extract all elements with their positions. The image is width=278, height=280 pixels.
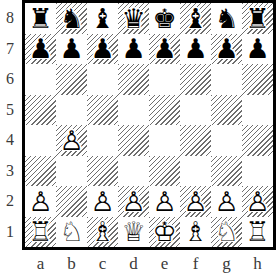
white-bishop-halo: ♝ <box>87 217 118 248</box>
white-pawn-halo: ♟ <box>25 186 56 217</box>
square-c1[interactable]: ♝♗ <box>87 217 118 248</box>
white-pawn: ♙ <box>149 186 180 217</box>
black-pawn: ♟ <box>25 34 56 65</box>
rank-label-4: 4 <box>0 125 20 156</box>
white-queen-halo: ♛ <box>118 217 149 248</box>
black-bishop-halo: ♝ <box>180 3 211 34</box>
black-rook-halo: ♜ <box>242 3 273 34</box>
square-h6[interactable] <box>242 64 273 95</box>
black-pawn-halo: ♟ <box>211 34 242 65</box>
black-pawn: ♟ <box>118 34 149 65</box>
square-e1[interactable]: ♚♔ <box>149 217 180 248</box>
white-pawn: ♙ <box>211 186 242 217</box>
file-label-h: h <box>242 250 273 278</box>
rank-label-3: 3 <box>0 156 20 187</box>
black-pawn: ♟ <box>242 34 273 65</box>
file-label-g: g <box>211 250 242 278</box>
black-pawn-halo: ♟ <box>87 34 118 65</box>
chess-board: ♜♜♞♞♝♝♛♛♚♚♝♝♞♞♜♜♟♟♟♟♟♟♟♟♟♟♟♟♟♟♟♟♟♙♟♙♟♙♟♙… <box>22 0 276 250</box>
square-d8[interactable]: ♛♛ <box>118 3 149 34</box>
square-d3[interactable] <box>118 156 149 187</box>
square-f6[interactable] <box>180 64 211 95</box>
square-a3[interactable] <box>25 156 56 187</box>
white-pawn: ♙ <box>242 186 273 217</box>
square-h4[interactable] <box>242 125 273 156</box>
white-pawn-halo: ♟ <box>56 125 87 156</box>
square-g4[interactable] <box>211 125 242 156</box>
square-f3[interactable] <box>180 156 211 187</box>
square-g1[interactable]: ♞♘ <box>211 217 242 248</box>
square-f7[interactable]: ♟♟ <box>180 34 211 65</box>
square-d7[interactable]: ♟♟ <box>118 34 149 65</box>
white-rook-halo: ♜ <box>25 217 56 248</box>
white-king: ♔ <box>149 217 180 248</box>
square-e3[interactable] <box>149 156 180 187</box>
white-knight: ♘ <box>56 217 87 248</box>
white-knight-halo: ♞ <box>56 217 87 248</box>
black-pawn: ♟ <box>56 34 87 65</box>
black-knight-halo: ♞ <box>56 3 87 34</box>
file-label-a: a <box>25 250 56 278</box>
white-king-halo: ♚ <box>149 217 180 248</box>
white-bishop: ♗ <box>180 217 211 248</box>
white-pawn: ♙ <box>118 186 149 217</box>
black-queen: ♛ <box>118 3 149 34</box>
white-bishop-halo: ♝ <box>180 217 211 248</box>
square-c3[interactable] <box>87 156 118 187</box>
black-rook: ♜ <box>25 3 56 34</box>
black-rook-halo: ♜ <box>25 3 56 34</box>
square-h1[interactable]: ♜♖ <box>242 217 273 248</box>
square-d5[interactable] <box>118 95 149 126</box>
square-d1[interactable]: ♛♕ <box>118 217 149 248</box>
black-bishop: ♝ <box>180 3 211 34</box>
square-h2[interactable]: ♟♙ <box>242 186 273 217</box>
rank-label-2: 2 <box>0 186 20 217</box>
square-a6[interactable] <box>25 64 56 95</box>
square-g5[interactable] <box>211 95 242 126</box>
rank-label-6: 6 <box>0 64 20 95</box>
chess-diagram: 87654321 ♜♜♞♞♝♝♛♛♚♚♝♝♞♞♜♜♟♟♟♟♟♟♟♟♟♟♟♟♟♟♟… <box>0 0 278 280</box>
black-pawn-halo: ♟ <box>242 34 273 65</box>
square-a4[interactable] <box>25 125 56 156</box>
square-a2[interactable]: ♟♙ <box>25 186 56 217</box>
white-pawn: ♙ <box>180 186 211 217</box>
square-e5[interactable] <box>149 95 180 126</box>
black-pawn-halo: ♟ <box>149 34 180 65</box>
white-rook-halo: ♜ <box>242 217 273 248</box>
square-a1[interactable]: ♜♖ <box>25 217 56 248</box>
white-pawn-halo: ♟ <box>242 186 273 217</box>
rank-label-8: 8 <box>0 3 20 34</box>
black-queen-halo: ♛ <box>118 3 149 34</box>
black-pawn-halo: ♟ <box>118 34 149 65</box>
square-b8[interactable]: ♞♞ <box>56 3 87 34</box>
square-h8[interactable]: ♜♜ <box>242 3 273 34</box>
square-f5[interactable] <box>180 95 211 126</box>
file-label-d: d <box>118 250 149 278</box>
file-label-f: f <box>180 250 211 278</box>
square-e8[interactable]: ♚♚ <box>149 3 180 34</box>
white-pawn: ♙ <box>87 186 118 217</box>
white-knight-halo: ♞ <box>211 217 242 248</box>
black-king: ♚ <box>149 3 180 34</box>
black-knight-halo: ♞ <box>211 3 242 34</box>
white-knight: ♘ <box>211 217 242 248</box>
white-bishop: ♗ <box>87 217 118 248</box>
square-h3[interactable] <box>242 156 273 187</box>
square-g6[interactable] <box>211 64 242 95</box>
square-d4[interactable] <box>118 125 149 156</box>
rank-label-7: 7 <box>0 34 20 65</box>
square-g8[interactable]: ♞♞ <box>211 3 242 34</box>
black-king-halo: ♚ <box>149 3 180 34</box>
square-c2[interactable]: ♟♙ <box>87 186 118 217</box>
square-h5[interactable] <box>242 95 273 126</box>
square-a7[interactable]: ♟♟ <box>25 34 56 65</box>
white-pawn-halo: ♟ <box>118 186 149 217</box>
black-pawn: ♟ <box>149 34 180 65</box>
file-label-c: c <box>87 250 118 278</box>
square-d2[interactable]: ♟♙ <box>118 186 149 217</box>
black-pawn: ♟ <box>87 34 118 65</box>
square-c5[interactable] <box>87 95 118 126</box>
black-pawn: ♟ <box>180 34 211 65</box>
square-f4[interactable] <box>180 125 211 156</box>
white-pawn-halo: ♟ <box>149 186 180 217</box>
square-g7[interactable]: ♟♟ <box>211 34 242 65</box>
black-rook: ♜ <box>242 3 273 34</box>
white-rook: ♖ <box>25 217 56 248</box>
square-b2[interactable] <box>56 186 87 217</box>
rank-label-1: 1 <box>0 217 20 248</box>
square-c7[interactable]: ♟♟ <box>87 34 118 65</box>
white-pawn-halo: ♟ <box>211 186 242 217</box>
white-pawn: ♙ <box>25 186 56 217</box>
square-e4[interactable] <box>149 125 180 156</box>
file-label-e: e <box>149 250 180 278</box>
square-e6[interactable] <box>149 64 180 95</box>
square-b7[interactable]: ♟♟ <box>56 34 87 65</box>
square-h7[interactable]: ♟♟ <box>242 34 273 65</box>
square-b1[interactable]: ♞♘ <box>56 217 87 248</box>
black-knight: ♞ <box>56 3 87 34</box>
square-g3[interactable] <box>211 156 242 187</box>
white-pawn: ♙ <box>56 125 87 156</box>
square-e2[interactable]: ♟♙ <box>149 186 180 217</box>
square-d6[interactable] <box>118 64 149 95</box>
square-f8[interactable]: ♝♝ <box>180 3 211 34</box>
square-a5[interactable] <box>25 95 56 126</box>
square-b4[interactable]: ♟♙ <box>56 125 87 156</box>
rank-coordinate-labels: 87654321 <box>0 3 20 247</box>
black-knight: ♞ <box>211 3 242 34</box>
black-bishop: ♝ <box>87 3 118 34</box>
rank-label-5: 5 <box>0 95 20 126</box>
white-pawn-halo: ♟ <box>180 186 211 217</box>
square-f2[interactable]: ♟♙ <box>180 186 211 217</box>
square-e7[interactable]: ♟♟ <box>149 34 180 65</box>
white-queen: ♕ <box>118 217 149 248</box>
square-b3[interactable] <box>56 156 87 187</box>
square-f1[interactable]: ♝♗ <box>180 217 211 248</box>
black-pawn: ♟ <box>211 34 242 65</box>
file-coordinate-labels: abcdefgh <box>25 250 273 278</box>
black-bishop-halo: ♝ <box>87 3 118 34</box>
white-pawn-halo: ♟ <box>87 186 118 217</box>
square-b6[interactable] <box>56 64 87 95</box>
white-rook: ♖ <box>242 217 273 248</box>
square-b5[interactable] <box>56 95 87 126</box>
square-g2[interactable]: ♟♙ <box>211 186 242 217</box>
square-c4[interactable] <box>87 125 118 156</box>
black-pawn-halo: ♟ <box>180 34 211 65</box>
square-a8[interactable]: ♜♜ <box>25 3 56 34</box>
square-c8[interactable]: ♝♝ <box>87 3 118 34</box>
black-pawn-halo: ♟ <box>56 34 87 65</box>
file-label-b: b <box>56 250 87 278</box>
square-c6[interactable] <box>87 64 118 95</box>
black-pawn-halo: ♟ <box>25 34 56 65</box>
